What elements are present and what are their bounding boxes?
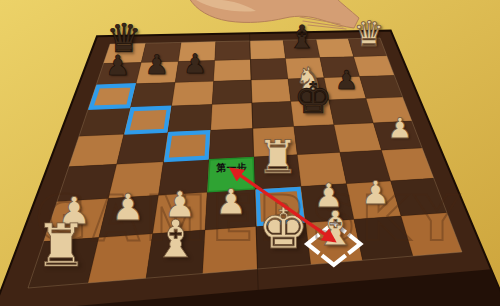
- piece-white-p-g2[interactable]: ♟: [361, 177, 390, 209]
- piece-white-p-d2[interactable]: ♟: [215, 184, 246, 219]
- piece-black-p-c7[interactable]: ♟: [183, 51, 207, 78]
- piece-white-b-c1[interactable]: ♝: [153, 214, 199, 266]
- piece-white-q-h8[interactable]: ♛: [353, 17, 384, 52]
- piece-white-r-e3[interactable]: ♜: [257, 134, 298, 180]
- piece-black-p-a7[interactable]: ♟: [105, 52, 130, 80]
- piece-black-k-f5[interactable]: ♚: [294, 77, 333, 120]
- piece-white-r-a1[interactable]: ♜: [35, 216, 88, 275]
- piece-white-p-b2[interactable]: ♟: [111, 190, 144, 227]
- piece-white-p-h4[interactable]: ♟: [387, 115, 412, 143]
- piece-black-p-g6[interactable]: ♟: [335, 68, 358, 94]
- piece-white-b-f1[interactable]: ♝: [314, 205, 357, 253]
- piece-black-b-f8[interactable]: ♝: [288, 22, 317, 54]
- chess-scene: GAMERSKY 第一步 ♛♟♟♟♝♚♟♛♞♟♜♟♟♟♟♟♟♜♝♚♝: [0, 0, 500, 306]
- piece-white-k-e1[interactable]: ♚: [258, 200, 309, 257]
- piece-black-p-b7[interactable]: ♟: [145, 51, 169, 78]
- pieces-layer: ♛♟♟♟♝♚♟♛♞♟♜♟♟♟♟♟♟♜♝♚♝: [0, 0, 500, 306]
